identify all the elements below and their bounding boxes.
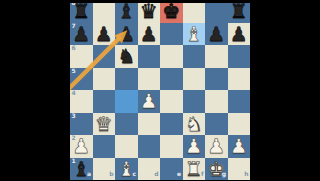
square-a6[interactable]: 6 [70,45,93,68]
piece-black-pawn[interactable]: ♟ [230,24,248,44]
square-d3[interactable] [138,113,161,136]
square-d1[interactable]: d [138,158,161,181]
square-h7[interactable]: ♟ [228,23,251,46]
square-e2[interactable] [160,135,183,158]
square-f1[interactable]: f♜ [183,158,206,181]
square-c7[interactable]: ♟ [115,23,138,46]
file-label-d: d [154,171,158,177]
square-d2[interactable] [138,135,161,158]
piece-white-bishop[interactable]: ♝ [185,24,203,44]
square-e6[interactable] [160,45,183,68]
chess-board: 8♜♝♛♚♜7♟♟♟♟♝♟♟6♞54♟3♛♞2♟♟♟♟1a♝bc♝def♜g♚h [70,0,250,180]
rank-label-6: 6 [72,45,76,51]
piece-white-pawn[interactable]: ♟ [140,91,158,111]
letterbox-right [250,0,320,180]
file-label-c: c [132,171,136,177]
piece-white-pawn[interactable]: ♟ [230,136,248,156]
piece-black-pawn[interactable]: ♟ [95,24,113,44]
piece-black-king[interactable]: ♚ [162,1,180,21]
square-b6[interactable] [93,45,116,68]
rank-label-5: 5 [72,68,76,74]
square-h2[interactable]: ♟ [228,135,251,158]
square-b7[interactable]: ♟ [93,23,116,46]
square-g8[interactable] [205,0,228,23]
rank-label-2: 2 [72,135,76,141]
square-g2[interactable]: ♟ [205,135,228,158]
square-c1[interactable]: c♝ [115,158,138,181]
file-label-e: e [177,171,181,177]
square-f2[interactable]: ♟ [183,135,206,158]
file-label-a: a [87,171,91,177]
square-g6[interactable] [205,45,228,68]
square-a2[interactable]: 2♟ [70,135,93,158]
rank-label-7: 7 [72,23,76,29]
square-f4[interactable] [183,90,206,113]
piece-black-pawn[interactable]: ♟ [140,24,158,44]
square-f8[interactable] [183,0,206,23]
square-a8[interactable]: 8♜ [70,0,93,23]
file-label-b: b [109,171,113,177]
file-label-g: g [222,171,226,177]
piece-white-pawn[interactable]: ♟ [207,136,225,156]
thumbnail-stage: 8♜♝♛♚♜7♟♟♟♟♝♟♟6♞54♟3♛♞2♟♟♟♟1a♝bc♝def♜g♚h [0,0,320,180]
square-e1[interactable]: e [160,158,183,181]
square-h8[interactable]: ♜ [228,0,251,23]
piece-black-bishop[interactable]: ♝ [117,1,135,21]
square-h1[interactable]: h [228,158,251,181]
square-c8[interactable]: ♝ [115,0,138,23]
square-d6[interactable] [138,45,161,68]
square-d4[interactable]: ♟ [138,90,161,113]
square-a4[interactable]: 4 [70,90,93,113]
rank-label-1: 1 [72,158,76,164]
square-c6[interactable]: ♞ [115,45,138,68]
piece-black-pawn[interactable]: ♟ [207,24,225,44]
square-g5[interactable] [205,68,228,91]
square-g3[interactable] [205,113,228,136]
square-a1[interactable]: 1a♝ [70,158,93,181]
square-a5[interactable]: 5 [70,68,93,91]
file-label-h: h [244,171,248,177]
square-e5[interactable] [160,68,183,91]
square-h6[interactable] [228,45,251,68]
piece-black-rook[interactable]: ♜ [230,1,248,21]
letterbox-left [0,0,70,180]
square-g7[interactable]: ♟ [205,23,228,46]
square-c3[interactable] [115,113,138,136]
square-d8[interactable]: ♛ [138,0,161,23]
rank-label-4: 4 [72,90,76,96]
square-b1[interactable]: b [93,158,116,181]
piece-black-knight[interactable]: ♞ [117,46,135,66]
square-c4[interactable] [115,90,138,113]
square-b3[interactable]: ♛ [93,113,116,136]
rank-label-3: 3 [72,113,76,119]
square-g1[interactable]: g♚ [205,158,228,181]
square-a7[interactable]: 7♟ [70,23,93,46]
square-g4[interactable] [205,90,228,113]
square-f6[interactable] [183,45,206,68]
square-b8[interactable] [93,0,116,23]
square-c2[interactable] [115,135,138,158]
piece-white-queen[interactable]: ♛ [95,114,113,134]
piece-black-queen[interactable]: ♛ [140,1,158,21]
square-f5[interactable] [183,68,206,91]
square-f7[interactable]: ♝ [183,23,206,46]
square-b5[interactable] [93,68,116,91]
square-e4[interactable] [160,90,183,113]
piece-white-pawn[interactable]: ♟ [185,136,203,156]
piece-white-knight[interactable]: ♞ [185,114,203,134]
letterbox-bottom [0,0,320,3]
square-h4[interactable] [228,90,251,113]
square-b2[interactable] [93,135,116,158]
square-e7[interactable] [160,23,183,46]
square-f3[interactable]: ♞ [183,113,206,136]
piece-black-pawn[interactable]: ♟ [117,24,135,44]
square-e8[interactable]: ♚ [160,0,183,23]
square-d7[interactable]: ♟ [138,23,161,46]
square-e3[interactable] [160,113,183,136]
square-a3[interactable]: 3 [70,113,93,136]
square-c5[interactable] [115,68,138,91]
square-h5[interactable] [228,68,251,91]
square-h3[interactable] [228,113,251,136]
square-d5[interactable] [138,68,161,91]
square-b4[interactable] [93,90,116,113]
file-label-f: f [201,171,204,177]
